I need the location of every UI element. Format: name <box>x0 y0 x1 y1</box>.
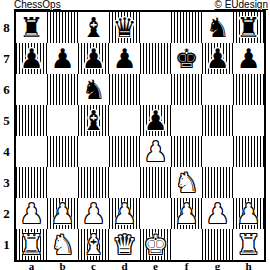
piece-black-pawn[interactable]: ♟ <box>78 43 109 74</box>
rank-labels: 87654321 <box>0 12 13 260</box>
piece-black-pawn[interactable]: ♟ <box>233 43 264 74</box>
piece-white-queen[interactable]: ♛ <box>109 229 140 260</box>
piece-black-knight[interactable]: ♞ <box>202 12 233 43</box>
square-a8[interactable]: ♜ <box>16 12 47 43</box>
square-f2[interactable]: ♟ <box>171 198 202 229</box>
square-c3[interactable] <box>78 167 109 198</box>
square-g8[interactable]: ♞ <box>202 12 233 43</box>
file-label-g: g <box>202 262 233 270</box>
piece-black-pawn[interactable]: ♟ <box>16 43 47 74</box>
piece-black-bishop[interactable]: ♝ <box>78 105 109 136</box>
square-d8[interactable]: ♛ <box>109 12 140 43</box>
piece-black-king[interactable]: ♚ <box>171 43 202 74</box>
square-h3[interactable] <box>233 167 264 198</box>
square-e4[interactable]: ♟ <box>140 136 171 167</box>
square-g1[interactable] <box>202 229 233 260</box>
square-f3[interactable]: ♞ <box>171 167 202 198</box>
piece-black-rook[interactable]: ♜ <box>233 12 264 43</box>
square-g7[interactable]: ♟ <box>202 43 233 74</box>
chess-diagram: ChessOps © EUdesign 87654321 ♜♝♛♞♜♟♟♟♟♚♟… <box>0 0 270 270</box>
piece-white-pawn[interactable]: ♟ <box>202 198 233 229</box>
piece-black-pawn[interactable]: ♟ <box>202 43 233 74</box>
square-a7[interactable]: ♟ <box>16 43 47 74</box>
square-b6[interactable] <box>47 74 78 105</box>
header-bar: ChessOps © EUdesign <box>14 0 268 10</box>
piece-white-rook[interactable]: ♜ <box>16 229 47 260</box>
square-e7[interactable] <box>140 43 171 74</box>
square-c8[interactable]: ♝ <box>78 12 109 43</box>
piece-black-pawn[interactable]: ♟ <box>140 105 171 136</box>
square-d2[interactable]: ♟ <box>109 198 140 229</box>
square-c4[interactable] <box>78 136 109 167</box>
square-h7[interactable]: ♟ <box>233 43 264 74</box>
square-b8[interactable] <box>47 12 78 43</box>
square-a5[interactable] <box>16 105 47 136</box>
square-b1[interactable]: ♞ <box>47 229 78 260</box>
square-e2[interactable] <box>140 198 171 229</box>
file-label-f: f <box>171 262 202 270</box>
square-b7[interactable]: ♟ <box>47 43 78 74</box>
file-label-b: b <box>47 262 78 270</box>
square-f5[interactable] <box>171 105 202 136</box>
square-d4[interactable] <box>109 136 140 167</box>
square-h5[interactable] <box>233 105 264 136</box>
square-a2[interactable]: ♟ <box>16 198 47 229</box>
file-label-a: a <box>16 262 47 270</box>
square-e5[interactable]: ♟ <box>140 105 171 136</box>
rank-label-6: 6 <box>0 74 13 105</box>
rank-label-3: 3 <box>0 167 13 198</box>
square-c6[interactable]: ♞ <box>78 74 109 105</box>
rank-label-2: 2 <box>0 198 13 229</box>
square-h4[interactable] <box>233 136 264 167</box>
piece-black-bishop[interactable]: ♝ <box>78 12 109 43</box>
square-g3[interactable] <box>202 167 233 198</box>
piece-white-pawn[interactable]: ♟ <box>171 198 202 229</box>
piece-white-knight[interactable]: ♞ <box>171 167 202 198</box>
square-f1[interactable] <box>171 229 202 260</box>
file-labels: abcdefgh <box>16 262 264 270</box>
square-h6[interactable] <box>233 74 264 105</box>
app-title-link[interactable]: ChessOps <box>14 0 61 10</box>
square-f8[interactable] <box>171 12 202 43</box>
square-h8[interactable]: ♜ <box>233 12 264 43</box>
chess-board: ♜♝♛♞♜♟♟♟♟♚♟♟♞♝♟♟♞♟♟♟♟♟♟♟♜♞♝♛♚♜ <box>14 10 266 262</box>
square-e3[interactable] <box>140 167 171 198</box>
rank-label-4: 4 <box>0 136 13 167</box>
piece-white-rook[interactable]: ♜ <box>233 229 264 260</box>
file-label-e: e <box>140 262 171 270</box>
piece-white-knight[interactable]: ♞ <box>47 229 78 260</box>
piece-black-pawn[interactable]: ♟ <box>109 43 140 74</box>
square-g5[interactable] <box>202 105 233 136</box>
square-f4[interactable] <box>171 136 202 167</box>
piece-white-pawn[interactable]: ♟ <box>78 198 109 229</box>
square-f6[interactable] <box>171 74 202 105</box>
square-a4[interactable] <box>16 136 47 167</box>
rank-label-1: 1 <box>0 229 13 260</box>
rank-label-7: 7 <box>0 43 13 74</box>
square-a1[interactable]: ♜ <box>16 229 47 260</box>
piece-white-pawn[interactable]: ♟ <box>16 198 47 229</box>
square-b4[interactable] <box>47 136 78 167</box>
rank-label-8: 8 <box>0 12 13 43</box>
piece-white-bishop[interactable]: ♝ <box>78 229 109 260</box>
square-d7[interactable]: ♟ <box>109 43 140 74</box>
square-c2[interactable]: ♟ <box>78 198 109 229</box>
square-e6[interactable] <box>140 74 171 105</box>
piece-white-pawn[interactable]: ♟ <box>47 198 78 229</box>
square-d3[interactable] <box>109 167 140 198</box>
square-d5[interactable] <box>109 105 140 136</box>
square-g6[interactable] <box>202 74 233 105</box>
file-label-d: d <box>109 262 140 270</box>
square-c5[interactable]: ♝ <box>78 105 109 136</box>
piece-black-queen[interactable]: ♛ <box>109 12 140 43</box>
rank-label-5: 5 <box>0 105 13 136</box>
square-c7[interactable]: ♟ <box>78 43 109 74</box>
square-g2[interactable]: ♟ <box>202 198 233 229</box>
square-b2[interactable]: ♟ <box>47 198 78 229</box>
square-e1[interactable]: ♚ <box>140 229 171 260</box>
square-h2[interactable]: ♟ <box>233 198 264 229</box>
square-c1[interactable]: ♝ <box>78 229 109 260</box>
square-b3[interactable] <box>47 167 78 198</box>
piece-white-king[interactable]: ♚ <box>140 229 171 260</box>
square-e8[interactable] <box>140 12 171 43</box>
piece-white-pawn[interactable]: ♟ <box>140 136 171 167</box>
square-h1[interactable]: ♜ <box>233 229 264 260</box>
file-label-h: h <box>233 262 264 270</box>
square-a6[interactable] <box>16 74 47 105</box>
square-d6[interactable] <box>109 74 140 105</box>
square-a3[interactable] <box>16 167 47 198</box>
square-g4[interactable] <box>202 136 233 167</box>
square-b5[interactable] <box>47 105 78 136</box>
credit-link[interactable]: © EUdesign <box>214 0 268 10</box>
piece-white-pawn[interactable]: ♟ <box>109 198 140 229</box>
piece-white-pawn[interactable]: ♟ <box>233 198 264 229</box>
piece-black-rook[interactable]: ♜ <box>16 12 47 43</box>
square-d1[interactable]: ♛ <box>109 229 140 260</box>
file-label-c: c <box>78 262 109 270</box>
piece-black-knight[interactable]: ♞ <box>78 74 109 105</box>
piece-black-pawn[interactable]: ♟ <box>47 43 78 74</box>
square-f7[interactable]: ♚ <box>171 43 202 74</box>
